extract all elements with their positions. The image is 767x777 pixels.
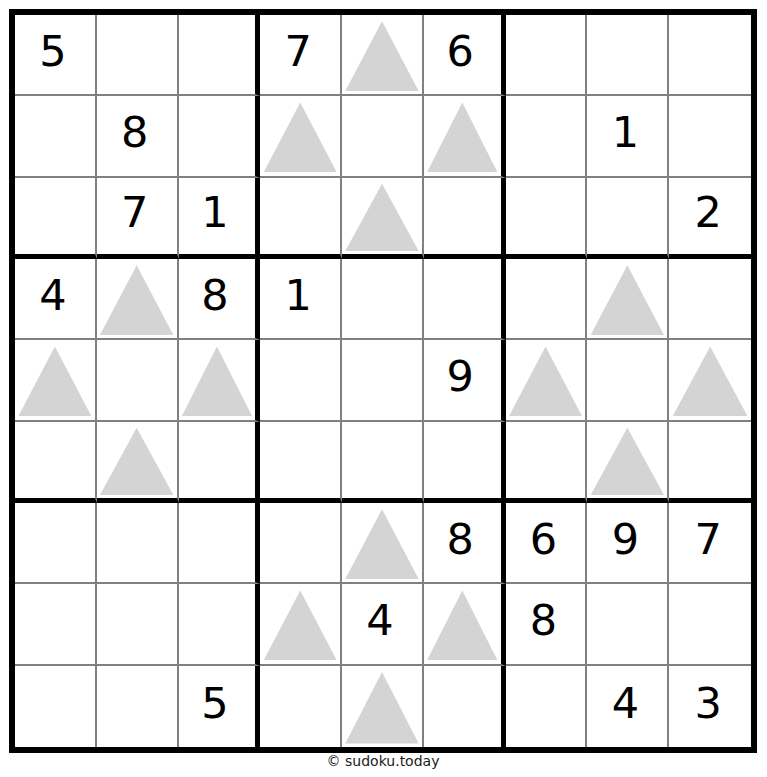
cell-r2c9[interactable]: [669, 96, 751, 177]
cell-r9c1[interactable]: [15, 666, 97, 747]
cell-r7c5[interactable]: [342, 503, 424, 584]
cell-r6c5[interactable]: [342, 422, 424, 503]
cell-r8c1[interactable]: [15, 584, 97, 665]
cell-r9c2[interactable]: [97, 666, 179, 747]
cell-r3c3[interactable]: 1: [179, 178, 261, 259]
cell-r8c7[interactable]: 8: [506, 584, 588, 665]
cell-r4c5[interactable]: [342, 259, 424, 340]
given-digit: 7: [121, 191, 148, 234]
sudoku-board: 576817124819869748543: [9, 9, 757, 753]
cell-r8c3[interactable]: [179, 584, 261, 665]
cell-r6c3[interactable]: [179, 422, 261, 503]
cell-r1c6[interactable]: 6: [424, 15, 506, 96]
cell-r5c8[interactable]: [587, 340, 669, 421]
cell-r3c2[interactable]: 7: [97, 178, 179, 259]
cell-r5c6[interactable]: 9: [424, 340, 506, 421]
given-digit: 3: [694, 682, 721, 725]
cell-r2c4[interactable]: [260, 96, 342, 177]
cell-r6c9[interactable]: [669, 422, 751, 503]
cell-r3c7[interactable]: [506, 178, 588, 259]
triangle-mark: [427, 103, 498, 173]
given-digit: 8: [201, 274, 228, 317]
cell-r6c2[interactable]: [97, 422, 179, 503]
cell-r2c1[interactable]: [15, 96, 97, 177]
cell-r1c7[interactable]: [506, 15, 588, 96]
cell-r3c6[interactable]: [424, 178, 506, 259]
cell-r9c7[interactable]: [506, 666, 588, 747]
cell-r1c8[interactable]: [587, 15, 669, 96]
cell-r8c4[interactable]: [260, 584, 342, 665]
cell-r4c1[interactable]: 4: [15, 259, 97, 340]
triangle-mark: [591, 428, 664, 495]
given-digit: 7: [694, 518, 721, 561]
given-digit: 8: [121, 111, 148, 154]
cell-r9c9[interactable]: 3: [669, 666, 751, 747]
cell-r2c6[interactable]: [424, 96, 506, 177]
cell-r5c1[interactable]: [15, 340, 97, 421]
cell-r3c9[interactable]: 2: [669, 178, 751, 259]
cell-r2c3[interactable]: [179, 96, 261, 177]
cell-r1c5[interactable]: [342, 15, 424, 96]
triangle-mark: [100, 265, 173, 335]
cell-r5c3[interactable]: [179, 340, 261, 421]
cell-r2c5[interactable]: [342, 96, 424, 177]
cell-r4c8[interactable]: [587, 259, 669, 340]
cell-r7c6[interactable]: 8: [424, 503, 506, 584]
cell-r5c2[interactable]: [97, 340, 179, 421]
cell-r8c9[interactable]: [669, 584, 751, 665]
cell-r2c2[interactable]: 8: [97, 96, 179, 177]
cell-r7c7[interactable]: 6: [506, 503, 588, 584]
given-digit: 8: [530, 599, 557, 642]
triangle-mark: [345, 672, 418, 744]
given-digit: 5: [39, 30, 66, 73]
cell-r8c2[interactable]: [97, 584, 179, 665]
cell-r9c8[interactable]: 4: [587, 666, 669, 747]
given-digit: 8: [447, 518, 474, 561]
triangle-mark: [345, 184, 418, 251]
triangle-mark: [591, 265, 664, 335]
cell-r2c7[interactable]: [506, 96, 588, 177]
cell-r1c9[interactable]: [669, 15, 751, 96]
given-digit: 4: [612, 682, 639, 725]
given-digit: 1: [201, 191, 228, 234]
given-digit: 7: [285, 30, 312, 73]
cell-r6c6[interactable]: [424, 422, 506, 503]
given-digit: 1: [285, 274, 312, 317]
cell-r1c1[interactable]: 5: [15, 15, 97, 96]
triangle-mark: [672, 347, 747, 417]
triangle-mark: [345, 21, 418, 91]
copyright-text: © sudoku.today: [9, 753, 757, 769]
given-digit: 2: [694, 191, 721, 234]
triangle-mark: [509, 347, 582, 417]
cell-r6c1[interactable]: [15, 422, 97, 503]
cell-r7c1[interactable]: [15, 503, 97, 584]
given-digit: 9: [612, 518, 639, 561]
cell-r7c4[interactable]: [260, 503, 342, 584]
cell-r9c6[interactable]: [424, 666, 506, 747]
given-digit: 4: [366, 599, 393, 642]
triangle-mark: [182, 347, 253, 417]
cell-r5c7[interactable]: [506, 340, 588, 421]
cell-r7c2[interactable]: [97, 503, 179, 584]
triangle-mark: [345, 509, 418, 579]
cell-r9c5[interactable]: [342, 666, 424, 747]
given-digit: 6: [530, 518, 557, 561]
cell-r1c2[interactable]: [97, 15, 179, 96]
given-digit: 1: [612, 111, 639, 154]
cell-r3c1[interactable]: [15, 178, 97, 259]
given-digit: 9: [447, 355, 474, 398]
cell-r9c3[interactable]: 5: [179, 666, 261, 747]
cell-r5c4[interactable]: [260, 340, 342, 421]
cell-r5c5[interactable]: [342, 340, 424, 421]
cell-r4c2[interactable]: [97, 259, 179, 340]
cell-r9c4[interactable]: [260, 666, 342, 747]
given-digit: 4: [39, 274, 66, 317]
cell-r4c3[interactable]: 8: [179, 259, 261, 340]
given-digit: 5: [201, 682, 228, 725]
cell-r6c7[interactable]: [506, 422, 588, 503]
triangle-mark: [18, 347, 91, 417]
cell-r8c5[interactable]: 4: [342, 584, 424, 665]
cell-r3c4[interactable]: [260, 178, 342, 259]
cell-r1c3[interactable]: [179, 15, 261, 96]
cell-r7c8[interactable]: 9: [587, 503, 669, 584]
cell-r7c9[interactable]: 7: [669, 503, 751, 584]
sudoku-page: 576817124819869748543 © sudoku.today: [0, 0, 767, 777]
cell-r2c8[interactable]: 1: [587, 96, 669, 177]
cell-r6c4[interactable]: [260, 422, 342, 503]
cell-r1c4[interactable]: 7: [260, 15, 342, 96]
cell-r7c3[interactable]: [179, 503, 261, 584]
given-digit: 6: [447, 30, 474, 73]
cell-r3c5[interactable]: [342, 178, 424, 259]
cell-r8c6[interactable]: [424, 584, 506, 665]
cell-r3c8[interactable]: [587, 178, 669, 259]
triangle-mark: [427, 591, 498, 661]
triangle-mark: [100, 428, 173, 495]
cell-r4c6[interactable]: [424, 259, 506, 340]
triangle-mark: [264, 103, 337, 173]
triangle-mark: [264, 591, 337, 661]
cell-r4c9[interactable]: [669, 259, 751, 340]
cell-r6c8[interactable]: [587, 422, 669, 503]
cell-r5c9[interactable]: [669, 340, 751, 421]
cell-r8c8[interactable]: [587, 584, 669, 665]
cell-r4c4[interactable]: 1: [260, 259, 342, 340]
cell-r4c7[interactable]: [506, 259, 588, 340]
